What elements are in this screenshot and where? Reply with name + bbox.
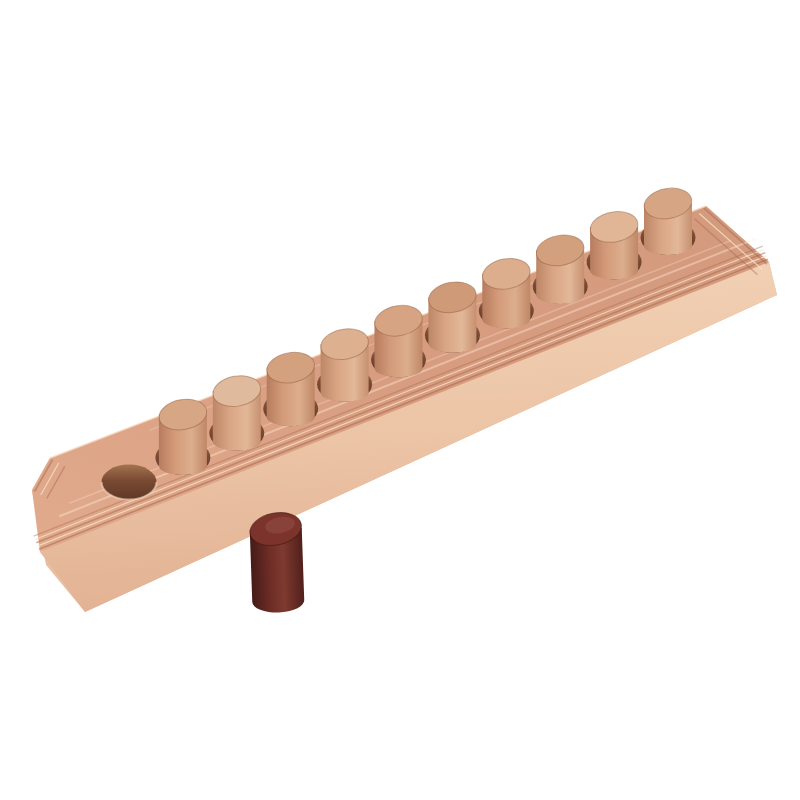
peg-socket-3[interactable] bbox=[209, 372, 264, 450]
peg-socket-9[interactable] bbox=[533, 231, 588, 303]
product-photo-stage bbox=[0, 0, 800, 800]
peg-socket-2[interactable] bbox=[155, 396, 210, 475]
peg-socket-11[interactable] bbox=[641, 185, 696, 255]
peg-socket-10[interactable] bbox=[587, 208, 642, 279]
peg-board-scene bbox=[0, 0, 800, 800]
routed-grooves-front bbox=[34, 246, 768, 549]
peg-socket-4[interactable] bbox=[263, 349, 318, 426]
peg-socket-7[interactable] bbox=[425, 278, 480, 352]
peg-socket-6[interactable] bbox=[371, 302, 426, 377]
loose-red-peg[interactable] bbox=[247, 508, 307, 613]
peg-socket-8[interactable] bbox=[479, 255, 534, 328]
empty-socket-1[interactable] bbox=[102, 465, 157, 500]
loose-pieces bbox=[247, 508, 307, 613]
peg-socket-5[interactable] bbox=[317, 325, 372, 401]
